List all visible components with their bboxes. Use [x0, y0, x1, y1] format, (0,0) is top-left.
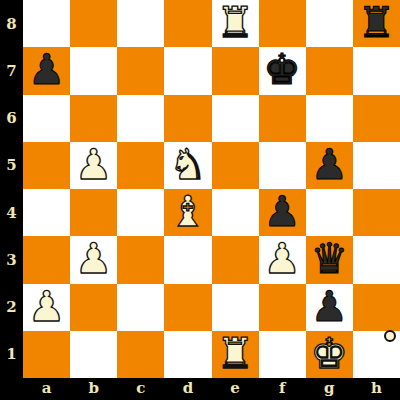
file-label-a: a [23, 378, 70, 400]
square-c8[interactable] [117, 0, 164, 47]
square-d6[interactable] [164, 95, 211, 142]
square-e4[interactable] [212, 189, 259, 236]
square-f1[interactable] [259, 331, 306, 378]
square-c7[interactable] [117, 47, 164, 94]
square-b3[interactable]: ♟ [70, 236, 117, 283]
square-d1[interactable] [164, 331, 211, 378]
piece-white-pawn[interactable]: ♟ [75, 142, 113, 188]
square-g1[interactable]: ♚ [306, 331, 353, 378]
square-g4[interactable] [306, 189, 353, 236]
square-g3[interactable]: ♛ [306, 236, 353, 283]
square-e6[interactable] [212, 95, 259, 142]
board: ♜♜♟♚♟♞♟♝♟♟♟♛♟♟♜♚ [23, 0, 400, 378]
file-labels: abcdefgh [23, 378, 400, 400]
square-b2[interactable] [70, 284, 117, 331]
square-e5[interactable] [212, 142, 259, 189]
piece-black-pawn[interactable]: ♟ [310, 284, 348, 330]
square-b4[interactable] [70, 189, 117, 236]
file-label-b: b [70, 378, 117, 400]
square-c3[interactable] [117, 236, 164, 283]
piece-white-rook[interactable]: ♜ [216, 331, 254, 377]
square-h3[interactable] [353, 236, 400, 283]
square-c1[interactable] [117, 331, 164, 378]
square-f2[interactable] [259, 284, 306, 331]
square-f7[interactable]: ♚ [259, 47, 306, 94]
square-c2[interactable] [117, 284, 164, 331]
square-c5[interactable] [117, 142, 164, 189]
square-b1[interactable] [70, 331, 117, 378]
file-label-e: e [212, 378, 259, 400]
square-a1[interactable] [23, 331, 70, 378]
square-a2[interactable]: ♟ [23, 284, 70, 331]
rank-labels: 87654321 [0, 0, 23, 378]
piece-black-pawn[interactable]: ♟ [310, 142, 348, 188]
square-g7[interactable] [306, 47, 353, 94]
square-h5[interactable] [353, 142, 400, 189]
piece-black-pawn[interactable]: ♟ [28, 47, 66, 93]
square-b6[interactable] [70, 95, 117, 142]
rank-label-5: 5 [0, 142, 23, 189]
piece-white-bishop[interactable]: ♝ [169, 189, 207, 235]
square-g5[interactable]: ♟ [306, 142, 353, 189]
square-d5[interactable]: ♞ [164, 142, 211, 189]
square-g2[interactable]: ♟ [306, 284, 353, 331]
square-g8[interactable] [306, 0, 353, 47]
file-label-g: g [306, 378, 353, 400]
square-g6[interactable] [306, 95, 353, 142]
square-d2[interactable] [164, 284, 211, 331]
square-e3[interactable] [212, 236, 259, 283]
file-label-d: d [164, 378, 211, 400]
square-f8[interactable] [259, 0, 306, 47]
square-d3[interactable] [164, 236, 211, 283]
square-a7[interactable]: ♟ [23, 47, 70, 94]
square-h6[interactable] [353, 95, 400, 142]
file-label-f: f [259, 378, 306, 400]
rank-label-7: 7 [0, 47, 23, 94]
white-to-move-indicator [384, 330, 396, 342]
square-f5[interactable] [259, 142, 306, 189]
square-h2[interactable] [353, 284, 400, 331]
square-c4[interactable] [117, 189, 164, 236]
piece-black-rook[interactable]: ♜ [358, 0, 396, 46]
square-e1[interactable]: ♜ [212, 331, 259, 378]
square-a5[interactable] [23, 142, 70, 189]
square-d4[interactable]: ♝ [164, 189, 211, 236]
piece-white-pawn[interactable]: ♟ [263, 236, 301, 282]
file-label-c: c [117, 378, 164, 400]
piece-white-rook[interactable]: ♜ [216, 0, 254, 46]
piece-black-queen[interactable]: ♛ [310, 236, 348, 282]
square-e2[interactable] [212, 284, 259, 331]
square-d7[interactable] [164, 47, 211, 94]
square-h4[interactable] [353, 189, 400, 236]
square-f3[interactable]: ♟ [259, 236, 306, 283]
square-h7[interactable] [353, 47, 400, 94]
square-a3[interactable] [23, 236, 70, 283]
piece-black-king[interactable]: ♚ [263, 47, 301, 93]
square-c6[interactable] [117, 95, 164, 142]
square-a8[interactable] [23, 0, 70, 47]
square-b7[interactable] [70, 47, 117, 94]
rank-label-6: 6 [0, 95, 23, 142]
square-b8[interactable] [70, 0, 117, 47]
square-b5[interactable]: ♟ [70, 142, 117, 189]
piece-white-pawn[interactable]: ♟ [28, 284, 66, 330]
square-e8[interactable]: ♜ [212, 0, 259, 47]
rank-label-3: 3 [0, 236, 23, 283]
square-f6[interactable] [259, 95, 306, 142]
square-d8[interactable] [164, 0, 211, 47]
rank-label-1: 1 [0, 331, 23, 378]
square-a4[interactable] [23, 189, 70, 236]
rank-label-2: 2 [0, 284, 23, 331]
piece-white-knight[interactable]: ♞ [169, 142, 207, 188]
square-f4[interactable]: ♟ [259, 189, 306, 236]
piece-white-king[interactable]: ♚ [310, 331, 348, 377]
square-h8[interactable]: ♜ [353, 0, 400, 47]
square-a6[interactable] [23, 95, 70, 142]
file-label-h: h [353, 378, 400, 400]
piece-black-pawn[interactable]: ♟ [263, 189, 301, 235]
rank-label-8: 8 [0, 0, 23, 47]
square-e7[interactable] [212, 47, 259, 94]
chess-diagram: 87654321 ♜♜♟♚♟♞♟♝♟♟♟♛♟♟♜♚ abcdefgh [0, 0, 400, 400]
piece-white-pawn[interactable]: ♟ [75, 236, 113, 282]
rank-label-4: 4 [0, 189, 23, 236]
